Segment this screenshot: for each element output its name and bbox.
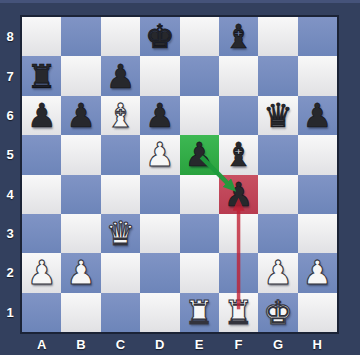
square-c1[interactable]	[101, 293, 140, 332]
rank-label-8: 8	[0, 17, 20, 56]
square-b8[interactable]	[61, 17, 100, 56]
square-g5[interactable]	[258, 135, 297, 174]
rank-label-5: 5	[0, 135, 20, 174]
chess-app-window: ♚♝♜♟♟♟♝♟♛♟♟♟♝♟♛♟♟♟♟♜♜♚ 87654321ABCDEFGH	[0, 0, 360, 355]
square-e1[interactable]: ♜	[180, 293, 219, 332]
piece-black-pawn[interactable]: ♟	[303, 96, 333, 135]
piece-black-bishop[interactable]: ♝	[224, 135, 254, 174]
square-a8[interactable]	[22, 17, 61, 56]
file-label-g: G	[258, 335, 297, 353]
rank-label-4: 4	[0, 175, 20, 214]
square-c5[interactable]	[101, 135, 140, 174]
piece-black-pawn[interactable]: ♟	[184, 135, 214, 174]
square-c8[interactable]	[101, 17, 140, 56]
rank-label-3: 3	[0, 214, 20, 253]
square-b7[interactable]	[61, 56, 100, 95]
square-c7[interactable]: ♟	[101, 56, 140, 95]
square-h3[interactable]	[298, 214, 337, 253]
square-a7[interactable]: ♜	[22, 56, 61, 95]
square-f6[interactable]	[219, 96, 258, 135]
square-b3[interactable]	[61, 214, 100, 253]
square-g8[interactable]	[258, 17, 297, 56]
piece-white-pawn[interactable]: ♟	[303, 253, 333, 292]
piece-black-king[interactable]: ♚	[145, 17, 175, 56]
piece-black-bishop[interactable]: ♝	[224, 17, 254, 56]
square-f5[interactable]: ♝	[219, 135, 258, 174]
square-e2[interactable]	[180, 253, 219, 292]
square-h6[interactable]: ♟	[298, 96, 337, 135]
square-d2[interactable]	[140, 253, 179, 292]
square-h1[interactable]	[298, 293, 337, 332]
square-b6[interactable]: ♟	[61, 96, 100, 135]
piece-black-pawn[interactable]: ♟	[27, 96, 57, 135]
piece-white-pawn[interactable]: ♟	[263, 253, 293, 292]
file-label-d: D	[140, 335, 179, 353]
piece-black-pawn[interactable]: ♟	[145, 96, 175, 135]
square-h8[interactable]	[298, 17, 337, 56]
rank-label-7: 7	[0, 56, 20, 95]
square-g1[interactable]: ♚	[258, 293, 297, 332]
square-h5[interactable]	[298, 135, 337, 174]
square-e7[interactable]	[180, 56, 219, 95]
file-label-h: H	[298, 335, 337, 353]
piece-black-pawn[interactable]: ♟	[224, 175, 254, 214]
square-a2[interactable]: ♟	[22, 253, 61, 292]
square-g2[interactable]: ♟	[258, 253, 297, 292]
square-f2[interactable]	[219, 253, 258, 292]
square-f7[interactable]	[219, 56, 258, 95]
square-g3[interactable]	[258, 214, 297, 253]
square-h2[interactable]: ♟	[298, 253, 337, 292]
square-b4[interactable]	[61, 175, 100, 214]
piece-white-pawn[interactable]: ♟	[145, 135, 175, 174]
piece-white-rook[interactable]: ♜	[184, 293, 214, 332]
file-label-c: C	[101, 335, 140, 353]
square-a1[interactable]	[22, 293, 61, 332]
square-c2[interactable]	[101, 253, 140, 292]
square-f4[interactable]: ♟	[219, 175, 258, 214]
file-label-a: A	[22, 335, 61, 353]
rank-label-1: 1	[0, 293, 20, 332]
piece-white-king[interactable]: ♚	[263, 293, 293, 332]
piece-white-pawn[interactable]: ♟	[27, 253, 57, 292]
rank-label-6: 6	[0, 96, 20, 135]
square-d6[interactable]: ♟	[140, 96, 179, 135]
square-e4[interactable]	[180, 175, 219, 214]
file-label-f: F	[219, 335, 258, 353]
square-e5[interactable]: ♟	[180, 135, 219, 174]
square-e6[interactable]	[180, 96, 219, 135]
piece-black-pawn[interactable]: ♟	[106, 57, 136, 96]
square-g7[interactable]	[258, 56, 297, 95]
square-h4[interactable]	[298, 175, 337, 214]
square-g6[interactable]: ♛	[258, 96, 297, 135]
square-f1[interactable]: ♜	[219, 293, 258, 332]
rank-label-2: 2	[0, 253, 20, 292]
square-f8[interactable]: ♝	[219, 17, 258, 56]
file-label-e: E	[180, 335, 219, 353]
square-d1[interactable]	[140, 293, 179, 332]
piece-white-queen[interactable]: ♛	[106, 214, 136, 253]
piece-white-rook[interactable]: ♜	[224, 293, 254, 332]
piece-white-pawn[interactable]: ♟	[66, 253, 96, 292]
square-g4[interactable]	[258, 175, 297, 214]
square-d5[interactable]: ♟	[140, 135, 179, 174]
square-d4[interactable]	[140, 175, 179, 214]
square-a5[interactable]	[22, 135, 61, 174]
square-b5[interactable]	[61, 135, 100, 174]
file-label-b: B	[61, 335, 100, 353]
square-a3[interactable]	[22, 214, 61, 253]
square-d8[interactable]: ♚	[140, 17, 179, 56]
square-d7[interactable]	[140, 56, 179, 95]
square-a6[interactable]: ♟	[22, 96, 61, 135]
square-e8[interactable]	[180, 17, 219, 56]
square-c3[interactable]: ♛	[101, 214, 140, 253]
square-h7[interactable]	[298, 56, 337, 95]
square-b1[interactable]	[61, 293, 100, 332]
window-top-edge	[0, 0, 360, 3]
piece-white-bishop[interactable]: ♝	[106, 96, 136, 135]
piece-black-queen[interactable]: ♛	[263, 96, 293, 135]
piece-black-pawn[interactable]: ♟	[66, 96, 96, 135]
piece-black-rook[interactable]: ♜	[27, 57, 57, 96]
square-d3[interactable]	[140, 214, 179, 253]
square-f3[interactable]	[219, 214, 258, 253]
square-c4[interactable]	[101, 175, 140, 214]
square-a4[interactable]	[22, 175, 61, 214]
square-b2[interactable]: ♟	[61, 253, 100, 292]
chess-board: ♚♝♜♟♟♟♝♟♛♟♟♟♝♟♛♟♟♟♟♜♜♚	[20, 15, 339, 334]
square-e3[interactable]	[180, 214, 219, 253]
square-c6[interactable]: ♝	[101, 96, 140, 135]
